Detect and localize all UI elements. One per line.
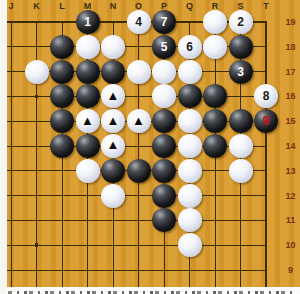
stone-P13[interactable] — [152, 159, 176, 183]
stone-M16[interactable] — [76, 84, 100, 108]
stone-number: 9 — [263, 115, 270, 127]
stone-Q17[interactable] — [178, 60, 202, 84]
stone-N14[interactable]: ▲ — [101, 134, 125, 158]
stone-P15[interactable] — [152, 109, 176, 133]
row-label-19: 19 — [282, 17, 299, 27]
stone-N13[interactable] — [101, 159, 125, 183]
stone-S13[interactable] — [229, 159, 253, 183]
stone-M18[interactable] — [76, 35, 100, 59]
row-label-11: 11 — [282, 215, 299, 225]
stone-M19[interactable]: 1 — [76, 10, 100, 34]
stone-R14[interactable] — [203, 134, 227, 158]
stone-S17[interactable]: 3 — [229, 60, 253, 84]
stone-R15[interactable] — [203, 109, 227, 133]
stone-N12[interactable] — [101, 184, 125, 208]
row-label-18: 18 — [282, 42, 299, 52]
row-label-16: 16 — [282, 91, 299, 101]
stone-number: 3 — [237, 66, 244, 78]
go-board[interactable]: JKLMNOPQRST 191817161514131211109 147256… — [0, 0, 300, 294]
stone-M17[interactable] — [76, 60, 100, 84]
stone-R16[interactable] — [203, 84, 227, 108]
stone-number: 8 — [263, 90, 270, 102]
stone-P17[interactable] — [152, 60, 176, 84]
stone-O15[interactable]: ▲ — [127, 109, 151, 133]
stone-S15[interactable] — [229, 109, 253, 133]
caption-clipped — [0, 287, 300, 294]
stone-P14[interactable] — [152, 134, 176, 158]
triangle-mark-icon: ▲ — [81, 114, 94, 127]
stone-P18[interactable]: 5 — [152, 35, 176, 59]
stone-L16[interactable] — [50, 84, 74, 108]
stone-M14[interactable] — [76, 134, 100, 158]
stone-T16[interactable]: 8 — [254, 84, 278, 108]
left-margin — [0, 0, 7, 294]
stone-M13[interactable] — [76, 159, 100, 183]
stone-O19[interactable]: 4 — [127, 10, 151, 34]
row-label-12: 12 — [282, 191, 299, 201]
stone-Q13[interactable] — [178, 159, 202, 183]
stone-N16[interactable]: ▲ — [101, 84, 125, 108]
stone-Q14[interactable] — [178, 134, 202, 158]
stone-number: 4 — [135, 16, 142, 28]
stone-P11[interactable] — [152, 208, 176, 232]
stone-S18[interactable] — [229, 35, 253, 59]
row-label-17: 17 — [282, 67, 299, 77]
triangle-mark-icon: ▲ — [107, 114, 120, 127]
row-label-13: 13 — [282, 166, 299, 176]
stone-N17[interactable] — [101, 60, 125, 84]
stone-T15[interactable]: 9 — [254, 109, 278, 133]
triangle-mark-icon: ▲ — [107, 89, 120, 102]
stone-P16[interactable] — [152, 84, 176, 108]
row-label-14: 14 — [282, 141, 299, 151]
stone-P19[interactable]: 7 — [152, 10, 176, 34]
stone-Q16[interactable] — [178, 84, 202, 108]
stone-Q18[interactable]: 6 — [178, 35, 202, 59]
stone-Q15[interactable] — [178, 109, 202, 133]
stone-L15[interactable] — [50, 109, 74, 133]
stone-Q11[interactable] — [178, 208, 202, 232]
row-label-9: 9 — [282, 265, 299, 275]
stone-Q12[interactable] — [178, 184, 202, 208]
stone-N15[interactable]: ▲ — [101, 109, 125, 133]
stone-R19[interactable] — [203, 10, 227, 34]
stone-K17[interactable] — [25, 60, 49, 84]
stone-L18[interactable] — [50, 35, 74, 59]
row-label-15: 15 — [282, 116, 299, 126]
stone-number: 6 — [186, 41, 193, 53]
stone-O13[interactable] — [127, 159, 151, 183]
stone-O17[interactable] — [127, 60, 151, 84]
stone-R18[interactable] — [203, 35, 227, 59]
stone-number: 5 — [161, 41, 168, 53]
stone-S14[interactable] — [229, 134, 253, 158]
stone-Q10[interactable] — [178, 233, 202, 257]
stone-number: 7 — [161, 16, 168, 28]
triangle-mark-icon: ▲ — [107, 138, 120, 151]
stone-M15[interactable]: ▲ — [76, 109, 100, 133]
stone-S19[interactable]: 2 — [229, 10, 253, 34]
stone-number: 1 — [84, 16, 91, 28]
stone-L17[interactable] — [50, 60, 74, 84]
row-label-10: 10 — [282, 240, 299, 250]
stone-N18[interactable] — [101, 35, 125, 59]
triangle-mark-icon: ▲ — [132, 114, 145, 127]
stones-grid: 1472563▲8▲▲▲9▲ — [0, 10, 279, 283]
stone-P12[interactable] — [152, 184, 176, 208]
stone-L14[interactable] — [50, 134, 74, 158]
stone-number: 2 — [237, 16, 244, 28]
